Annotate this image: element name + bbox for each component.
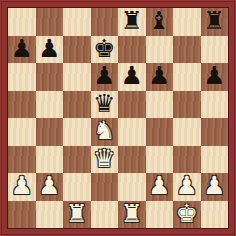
square-d4[interactable]: ♞: [91, 118, 119, 146]
square-f4[interactable]: [146, 118, 174, 146]
square-c8[interactable]: [63, 8, 91, 36]
square-a4[interactable]: [8, 118, 36, 146]
square-g6[interactable]: [173, 63, 201, 91]
square-a7[interactable]: ♟: [8, 36, 36, 64]
square-h3[interactable]: [201, 146, 229, 174]
square-f6[interactable]: ♟: [146, 63, 174, 91]
piece-black-king-d7[interactable]: ♚: [93, 36, 115, 61]
square-d1[interactable]: [91, 201, 119, 229]
square-c7[interactable]: [63, 36, 91, 64]
square-f2[interactable]: ♟: [146, 173, 174, 201]
square-b2[interactable]: ♟: [36, 173, 64, 201]
square-b8[interactable]: [36, 8, 64, 36]
square-h5[interactable]: [201, 91, 229, 119]
square-h2[interactable]: ♟: [201, 173, 229, 201]
square-d5[interactable]: ♛: [91, 91, 119, 119]
square-g2[interactable]: ♟: [173, 173, 201, 201]
square-h6[interactable]: ♟: [201, 63, 229, 91]
square-a3[interactable]: [8, 146, 36, 174]
piece-black-pawn-h6[interactable]: ♟: [203, 63, 225, 88]
piece-white-queen-d3[interactable]: ♛: [93, 146, 115, 171]
square-h8[interactable]: ♜: [201, 8, 229, 36]
square-e5[interactable]: [118, 91, 146, 119]
square-f1[interactable]: [146, 201, 174, 229]
square-b5[interactable]: [36, 91, 64, 119]
square-e4[interactable]: [118, 118, 146, 146]
chessboard-frame: ♜♝♜♟♟♚♟♟♟♟♛♞♛♟♟♟♟♟♜♜♚: [0, 0, 236, 236]
piece-black-pawn-e6[interactable]: ♟: [121, 63, 143, 88]
piece-black-queen-d5[interactable]: ♛: [93, 91, 115, 116]
square-e6[interactable]: ♟: [118, 63, 146, 91]
square-c5[interactable]: [63, 91, 91, 119]
square-d2[interactable]: [91, 173, 119, 201]
square-g7[interactable]: [173, 36, 201, 64]
piece-white-pawn-a2[interactable]: ♟: [11, 173, 33, 198]
square-d7[interactable]: ♚: [91, 36, 119, 64]
square-a6[interactable]: [8, 63, 36, 91]
piece-white-pawn-b2[interactable]: ♟: [38, 173, 60, 198]
square-h4[interactable]: [201, 118, 229, 146]
piece-black-bishop-f8[interactable]: ♝: [148, 8, 170, 33]
square-g4[interactable]: [173, 118, 201, 146]
square-g1[interactable]: ♚: [173, 201, 201, 229]
piece-white-pawn-h2[interactable]: ♟: [203, 173, 225, 198]
square-a1[interactable]: [8, 201, 36, 229]
piece-white-rook-c1[interactable]: ♜: [66, 201, 88, 226]
square-c1[interactable]: ♜: [63, 201, 91, 229]
square-c4[interactable]: [63, 118, 91, 146]
piece-white-pawn-f2[interactable]: ♟: [148, 173, 170, 198]
square-b3[interactable]: [36, 146, 64, 174]
piece-black-pawn-d6[interactable]: ♟: [93, 63, 115, 88]
square-h1[interactable]: [201, 201, 229, 229]
square-b4[interactable]: [36, 118, 64, 146]
square-e8[interactable]: ♜: [118, 8, 146, 36]
piece-white-rook-e1[interactable]: ♜: [121, 201, 143, 226]
square-e3[interactable]: [118, 146, 146, 174]
piece-black-pawn-a7[interactable]: ♟: [11, 36, 33, 61]
square-a8[interactable]: [8, 8, 36, 36]
square-f8[interactable]: ♝: [146, 8, 174, 36]
square-c2[interactable]: [63, 173, 91, 201]
square-e1[interactable]: ♜: [118, 201, 146, 229]
square-a5[interactable]: [8, 91, 36, 119]
piece-black-pawn-b7[interactable]: ♟: [38, 36, 60, 61]
board-grid: ♜♝♜♟♟♚♟♟♟♟♛♞♛♟♟♟♟♟♜♜♚: [8, 8, 228, 228]
square-b7[interactable]: ♟: [36, 36, 64, 64]
square-h7[interactable]: [201, 36, 229, 64]
square-f7[interactable]: [146, 36, 174, 64]
piece-black-rook-h8[interactable]: ♜: [203, 8, 225, 33]
square-c6[interactable]: [63, 63, 91, 91]
square-f5[interactable]: [146, 91, 174, 119]
square-g3[interactable]: [173, 146, 201, 174]
square-a2[interactable]: ♟: [8, 173, 36, 201]
square-g5[interactable]: [173, 91, 201, 119]
square-d6[interactable]: ♟: [91, 63, 119, 91]
piece-white-king-g1[interactable]: ♚: [176, 201, 198, 226]
square-c3[interactable]: [63, 146, 91, 174]
piece-white-pawn-g2[interactable]: ♟: [176, 173, 198, 198]
piece-white-knight-d4[interactable]: ♞: [93, 118, 115, 143]
square-b6[interactable]: [36, 63, 64, 91]
square-d8[interactable]: [91, 8, 119, 36]
square-g8[interactable]: [173, 8, 201, 36]
piece-black-pawn-f6[interactable]: ♟: [148, 63, 170, 88]
square-b1[interactable]: [36, 201, 64, 229]
piece-black-rook-e8[interactable]: ♜: [121, 8, 143, 33]
square-d3[interactable]: ♛: [91, 146, 119, 174]
square-e7[interactable]: [118, 36, 146, 64]
square-e2[interactable]: [118, 173, 146, 201]
square-f3[interactable]: [146, 146, 174, 174]
